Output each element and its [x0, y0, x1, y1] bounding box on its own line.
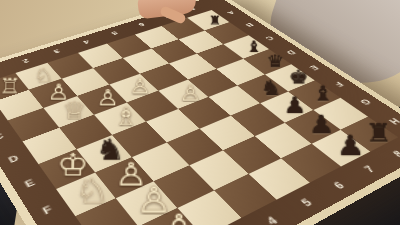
label-rank-5-bottom: 5 [294, 194, 320, 212]
photo-scene: ♖♘♜♙♕♙♙♝♗♙♛♔♞♞♚♘♙♟♝♙♟♖♙♟♜ AA11BB22CC33DD… [0, 0, 400, 225]
label-file-f-left: F [35, 201, 59, 220]
label-rank-2-top: 2 [17, 56, 35, 66]
label-rank-6-bottom: 6 [326, 177, 351, 194]
label-file-d-left: D [3, 151, 25, 166]
label-rank-7-bottom: 7 [357, 161, 382, 177]
label-file-g-right: G [355, 96, 376, 108]
label-file-c-left: C [0, 130, 9, 144]
piece-black-pawn[interactable]: ♟ [329, 132, 371, 160]
label-rank-5-top: 5 [106, 29, 123, 38]
label-rank-6-top: 6 [133, 20, 150, 28]
label-file-b-right: B [241, 21, 258, 29]
label-rank-8-bottom: 8 [386, 147, 400, 162]
label-rank-4-top: 4 [78, 37, 95, 46]
label-rank-4-bottom: 4 [259, 212, 285, 225]
label-file-e-left: E [18, 175, 41, 192]
piece-white-bishop[interactable]: ♗ [107, 105, 146, 130]
label-rank-3-top: 3 [48, 46, 66, 56]
piece-white-pawn[interactable]: ♙ [155, 209, 203, 225]
